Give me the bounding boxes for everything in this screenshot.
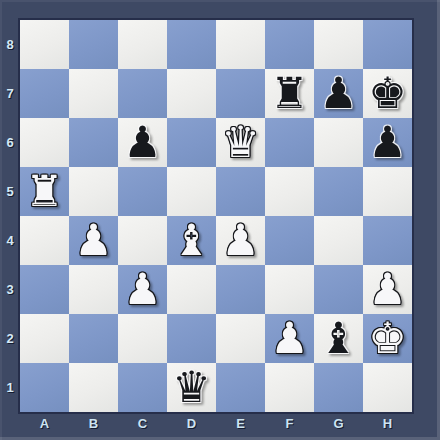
square-f1[interactable] xyxy=(265,363,314,412)
square-b6[interactable] xyxy=(69,118,118,167)
chess-board-frame: 87654321 ♜♟♚♟♛♟♜♟♝♟♟♟♟♝♚♛ ABCDEFGH xyxy=(0,0,440,440)
piece-white-rook[interactable]: ♜ xyxy=(25,167,64,216)
piece-black-queen[interactable]: ♛ xyxy=(172,363,211,412)
square-c3[interactable]: ♟ xyxy=(118,265,167,314)
piece-white-pawn[interactable]: ♟ xyxy=(270,314,309,363)
square-f7[interactable]: ♜ xyxy=(265,69,314,118)
square-f5[interactable] xyxy=(265,167,314,216)
square-f4[interactable] xyxy=(265,216,314,265)
square-g7[interactable]: ♟ xyxy=(314,69,363,118)
square-f3[interactable] xyxy=(265,265,314,314)
square-h7[interactable]: ♚ xyxy=(363,69,412,118)
file-label-d: D xyxy=(167,412,216,440)
square-h6[interactable]: ♟ xyxy=(363,118,412,167)
square-a1[interactable] xyxy=(20,363,69,412)
square-c8[interactable] xyxy=(118,20,167,69)
piece-white-queen[interactable]: ♛ xyxy=(221,118,260,167)
square-e8[interactable] xyxy=(216,20,265,69)
rank-label-2: 2 xyxy=(0,314,20,363)
rank-label-1: 1 xyxy=(0,363,20,412)
square-e2[interactable] xyxy=(216,314,265,363)
piece-white-pawn[interactable]: ♟ xyxy=(74,216,113,265)
square-b7[interactable] xyxy=(69,69,118,118)
square-b8[interactable] xyxy=(69,20,118,69)
rank-label-5: 5 xyxy=(0,167,20,216)
square-f6[interactable] xyxy=(265,118,314,167)
square-b2[interactable] xyxy=(69,314,118,363)
square-c1[interactable] xyxy=(118,363,167,412)
square-h1[interactable] xyxy=(363,363,412,412)
square-f2[interactable]: ♟ xyxy=(265,314,314,363)
square-e3[interactable] xyxy=(216,265,265,314)
square-e4[interactable]: ♟ xyxy=(216,216,265,265)
square-g2[interactable]: ♝ xyxy=(314,314,363,363)
square-d3[interactable] xyxy=(167,265,216,314)
square-g8[interactable] xyxy=(314,20,363,69)
piece-white-pawn[interactable]: ♟ xyxy=(221,216,260,265)
square-b3[interactable] xyxy=(69,265,118,314)
piece-black-pawn[interactable]: ♟ xyxy=(123,118,162,167)
file-label-h: H xyxy=(363,412,412,440)
square-e6[interactable]: ♛ xyxy=(216,118,265,167)
file-label-f: F xyxy=(265,412,314,440)
square-c6[interactable]: ♟ xyxy=(118,118,167,167)
piece-black-pawn[interactable]: ♟ xyxy=(368,118,407,167)
square-b4[interactable]: ♟ xyxy=(69,216,118,265)
square-d7[interactable] xyxy=(167,69,216,118)
square-a3[interactable] xyxy=(20,265,69,314)
square-a8[interactable] xyxy=(20,20,69,69)
square-a6[interactable] xyxy=(20,118,69,167)
square-e1[interactable] xyxy=(216,363,265,412)
square-c7[interactable] xyxy=(118,69,167,118)
square-g3[interactable] xyxy=(314,265,363,314)
rank-label-7: 7 xyxy=(0,69,20,118)
square-b1[interactable] xyxy=(69,363,118,412)
square-h3[interactable]: ♟ xyxy=(363,265,412,314)
square-g6[interactable] xyxy=(314,118,363,167)
chess-board[interactable]: ♜♟♚♟♛♟♜♟♝♟♟♟♟♝♚♛ xyxy=(20,20,412,412)
file-labels: ABCDEFGH xyxy=(20,412,412,440)
piece-white-king[interactable]: ♚ xyxy=(368,314,407,363)
file-label-b: B xyxy=(69,412,118,440)
piece-white-bishop[interactable]: ♝ xyxy=(172,216,211,265)
piece-white-pawn[interactable]: ♟ xyxy=(123,265,162,314)
square-d6[interactable] xyxy=(167,118,216,167)
square-a2[interactable] xyxy=(20,314,69,363)
piece-white-pawn[interactable]: ♟ xyxy=(368,265,407,314)
square-h5[interactable] xyxy=(363,167,412,216)
square-d8[interactable] xyxy=(167,20,216,69)
square-g5[interactable] xyxy=(314,167,363,216)
square-d1[interactable]: ♛ xyxy=(167,363,216,412)
square-a5[interactable]: ♜ xyxy=(20,167,69,216)
square-c4[interactable] xyxy=(118,216,167,265)
square-b5[interactable] xyxy=(69,167,118,216)
rank-label-6: 6 xyxy=(0,118,20,167)
square-e5[interactable] xyxy=(216,167,265,216)
square-g4[interactable] xyxy=(314,216,363,265)
piece-black-rook[interactable]: ♜ xyxy=(270,69,309,118)
file-label-c: C xyxy=(118,412,167,440)
file-label-g: G xyxy=(314,412,363,440)
square-d2[interactable] xyxy=(167,314,216,363)
file-label-e: E xyxy=(216,412,265,440)
square-h8[interactable] xyxy=(363,20,412,69)
square-h2[interactable]: ♚ xyxy=(363,314,412,363)
square-g1[interactable] xyxy=(314,363,363,412)
rank-label-4: 4 xyxy=(0,216,20,265)
square-d5[interactable] xyxy=(167,167,216,216)
piece-black-pawn[interactable]: ♟ xyxy=(319,69,358,118)
file-label-a: A xyxy=(20,412,69,440)
square-a7[interactable] xyxy=(20,69,69,118)
piece-black-king[interactable]: ♚ xyxy=(368,69,407,118)
square-a4[interactable] xyxy=(20,216,69,265)
piece-black-bishop[interactable]: ♝ xyxy=(319,314,358,363)
rank-label-3: 3 xyxy=(0,265,20,314)
square-c5[interactable] xyxy=(118,167,167,216)
rank-label-8: 8 xyxy=(0,20,20,69)
square-f8[interactable] xyxy=(265,20,314,69)
square-c2[interactable] xyxy=(118,314,167,363)
square-e7[interactable] xyxy=(216,69,265,118)
rank-labels: 87654321 xyxy=(0,20,20,412)
square-h4[interactable] xyxy=(363,216,412,265)
square-d4[interactable]: ♝ xyxy=(167,216,216,265)
